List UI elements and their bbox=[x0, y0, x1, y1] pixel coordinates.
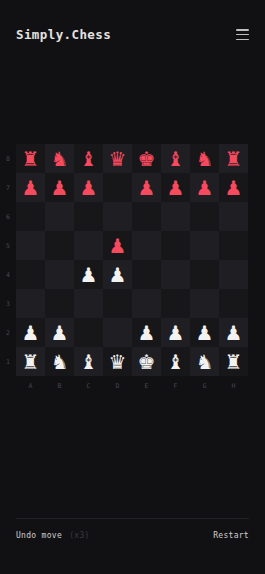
black-pawn-h7: ♟ bbox=[225, 178, 243, 198]
square-e6[interactable] bbox=[132, 202, 161, 231]
rank-label-8: 8 bbox=[0, 144, 16, 173]
square-b1[interactable]: ♞ bbox=[45, 347, 74, 376]
square-a8[interactable]: ♜ bbox=[16, 144, 45, 173]
black-pawn-b7: ♟ bbox=[51, 178, 69, 198]
square-e1[interactable]: ♚ bbox=[132, 347, 161, 376]
white-rook-h1: ♜ bbox=[225, 352, 243, 372]
square-f2[interactable]: ♟ bbox=[161, 318, 190, 347]
rank-label-7: 7 bbox=[0, 173, 16, 202]
square-f3[interactable] bbox=[161, 289, 190, 318]
black-knight-g8: ♞ bbox=[196, 149, 214, 169]
square-d7[interactable] bbox=[103, 173, 132, 202]
square-d3[interactable] bbox=[103, 289, 132, 318]
square-h1[interactable]: ♜ bbox=[219, 347, 248, 376]
white-pawn-g2: ♟ bbox=[196, 323, 214, 343]
file-label-e: E bbox=[132, 381, 161, 391]
black-pawn-g7: ♟ bbox=[196, 178, 214, 198]
black-pawn-e7: ♟ bbox=[138, 178, 156, 198]
white-pawn-b2: ♟ bbox=[51, 323, 69, 343]
black-bishop-c8: ♝ bbox=[80, 149, 98, 169]
square-h2[interactable]: ♟ bbox=[219, 318, 248, 347]
white-pawn-a2: ♟ bbox=[22, 323, 40, 343]
square-h8[interactable]: ♜ bbox=[219, 144, 248, 173]
square-g1[interactable]: ♞ bbox=[190, 347, 219, 376]
square-e8[interactable]: ♚ bbox=[132, 144, 161, 173]
rank-label-6: 6 bbox=[0, 202, 16, 231]
square-e7[interactable]: ♟ bbox=[132, 173, 161, 202]
undo-count: (x3) bbox=[69, 531, 89, 540]
square-g3[interactable] bbox=[190, 289, 219, 318]
square-f8[interactable]: ♝ bbox=[161, 144, 190, 173]
square-a4[interactable] bbox=[16, 260, 45, 289]
square-g4[interactable] bbox=[190, 260, 219, 289]
white-queen-d1: ♛ bbox=[109, 352, 127, 372]
square-g8[interactable]: ♞ bbox=[190, 144, 219, 173]
menu-line bbox=[236, 34, 249, 36]
square-d8[interactable]: ♛ bbox=[103, 144, 132, 173]
restart-button[interactable]: Restart bbox=[213, 531, 249, 540]
square-c3[interactable] bbox=[74, 289, 103, 318]
square-e3[interactable] bbox=[132, 289, 161, 318]
square-c6[interactable] bbox=[74, 202, 103, 231]
rank-label-3: 3 bbox=[0, 289, 16, 318]
footer: Undo move (x3) Restart bbox=[0, 518, 265, 574]
square-c2[interactable] bbox=[74, 318, 103, 347]
hamburger-menu-icon[interactable] bbox=[236, 29, 249, 40]
white-pawn-c4: ♟ bbox=[80, 265, 98, 285]
square-a7[interactable]: ♟ bbox=[16, 173, 45, 202]
square-h4[interactable] bbox=[219, 260, 248, 289]
white-bishop-c1: ♝ bbox=[80, 352, 98, 372]
undo-label: Undo move bbox=[16, 531, 62, 540]
footer-actions: Undo move (x3) Restart bbox=[16, 531, 249, 540]
square-a2[interactable]: ♟ bbox=[16, 318, 45, 347]
black-pawn-f7: ♟ bbox=[167, 178, 185, 198]
rank-label-5: 5 bbox=[0, 231, 16, 260]
square-f1[interactable]: ♝ bbox=[161, 347, 190, 376]
square-h3[interactable] bbox=[219, 289, 248, 318]
black-king-e8: ♚ bbox=[138, 149, 156, 169]
app-title: Simply.Chess bbox=[16, 27, 111, 42]
white-pawn-h2: ♟ bbox=[225, 323, 243, 343]
rank-label-4: 4 bbox=[0, 260, 16, 289]
file-label-c: C bbox=[74, 381, 103, 391]
square-f5[interactable] bbox=[161, 231, 190, 260]
chess-board: ♜♞♝♛♚♝♞♜♟♟♟♟♟♟♟♟♟♟♟♟♟♟♟♟♜♞♝♛♚♝♞♜ bbox=[16, 144, 248, 376]
file-label-a: A bbox=[16, 381, 45, 391]
rank-label-1: 1 bbox=[0, 347, 16, 376]
black-queen-d8: ♛ bbox=[109, 149, 127, 169]
square-f6[interactable] bbox=[161, 202, 190, 231]
white-knight-b1: ♞ bbox=[51, 352, 69, 372]
file-label-d: D bbox=[103, 381, 132, 391]
square-b4[interactable] bbox=[45, 260, 74, 289]
file-label-g: G bbox=[190, 381, 219, 391]
square-b7[interactable]: ♟ bbox=[45, 173, 74, 202]
black-rook-a8: ♜ bbox=[22, 149, 40, 169]
header: Simply.Chess bbox=[0, 0, 265, 56]
white-pawn-f2: ♟ bbox=[167, 323, 185, 343]
square-d1[interactable]: ♛ bbox=[103, 347, 132, 376]
square-b2[interactable]: ♟ bbox=[45, 318, 74, 347]
white-pawn-d4: ♟ bbox=[109, 265, 127, 285]
square-g5[interactable] bbox=[190, 231, 219, 260]
black-rook-h8: ♜ bbox=[225, 149, 243, 169]
square-d4[interactable]: ♟ bbox=[103, 260, 132, 289]
undo-move-button[interactable]: Undo move (x3) bbox=[16, 531, 90, 540]
square-b3[interactable] bbox=[45, 289, 74, 318]
square-h7[interactable]: ♟ bbox=[219, 173, 248, 202]
black-knight-b8: ♞ bbox=[51, 149, 69, 169]
black-pawn-c7: ♟ bbox=[80, 178, 98, 198]
square-b8[interactable]: ♞ bbox=[45, 144, 74, 173]
square-b5[interactable] bbox=[45, 231, 74, 260]
chess-board-area: 87654321 ♜♞♝♛♚♝♞♜♟♟♟♟♟♟♟♟♟♟♟♟♟♟♟♟♜♞♝♛♚♝♞… bbox=[0, 144, 265, 394]
square-a1[interactable]: ♜ bbox=[16, 347, 45, 376]
square-h5[interactable] bbox=[219, 231, 248, 260]
square-e2[interactable]: ♟ bbox=[132, 318, 161, 347]
black-pawn-d5: ♟ bbox=[109, 236, 127, 256]
square-a6[interactable] bbox=[16, 202, 45, 231]
square-h6[interactable] bbox=[219, 202, 248, 231]
square-f4[interactable] bbox=[161, 260, 190, 289]
footer-divider bbox=[16, 518, 249, 519]
white-pawn-e2: ♟ bbox=[138, 323, 156, 343]
square-g7[interactable]: ♟ bbox=[190, 173, 219, 202]
file-label-f: F bbox=[161, 381, 190, 391]
square-e4[interactable] bbox=[132, 260, 161, 289]
square-c4[interactable]: ♟ bbox=[74, 260, 103, 289]
square-f7[interactable]: ♟ bbox=[161, 173, 190, 202]
square-b6[interactable] bbox=[45, 202, 74, 231]
square-c8[interactable]: ♝ bbox=[74, 144, 103, 173]
white-rook-a1: ♜ bbox=[22, 352, 40, 372]
file-label-b: B bbox=[45, 381, 74, 391]
square-g6[interactable] bbox=[190, 202, 219, 231]
square-a5[interactable] bbox=[16, 231, 45, 260]
white-king-e1: ♚ bbox=[138, 352, 156, 372]
menu-line bbox=[236, 39, 249, 41]
white-bishop-f1: ♝ bbox=[167, 352, 185, 372]
square-e5[interactable] bbox=[132, 231, 161, 260]
file-label-h: H bbox=[219, 381, 248, 391]
white-knight-g1: ♞ bbox=[196, 352, 214, 372]
file-labels: ABCDEFGH bbox=[16, 381, 248, 391]
square-c1[interactable]: ♝ bbox=[74, 347, 103, 376]
square-d2[interactable] bbox=[103, 318, 132, 347]
square-d5[interactable]: ♟ bbox=[103, 231, 132, 260]
app-root: Simply.Chess 87654321 ♜♞♝♛♚♝♞♜♟♟♟♟♟♟♟♟♟♟… bbox=[0, 0, 265, 574]
square-d6[interactable] bbox=[103, 202, 132, 231]
black-pawn-a7: ♟ bbox=[22, 178, 40, 198]
square-a3[interactable] bbox=[16, 289, 45, 318]
black-bishop-f8: ♝ bbox=[167, 149, 185, 169]
rank-label-2: 2 bbox=[0, 318, 16, 347]
square-c5[interactable] bbox=[74, 231, 103, 260]
rank-labels: 87654321 bbox=[0, 144, 16, 376]
menu-line bbox=[236, 29, 249, 31]
square-c7[interactable]: ♟ bbox=[74, 173, 103, 202]
square-g2[interactable]: ♟ bbox=[190, 318, 219, 347]
